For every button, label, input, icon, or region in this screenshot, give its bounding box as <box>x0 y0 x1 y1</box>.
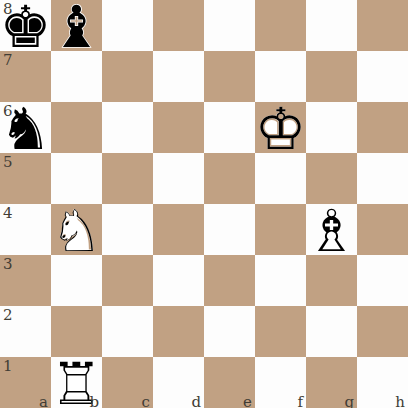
square-b1[interactable]: ♜♖b <box>51 357 102 408</box>
square-c5[interactable] <box>102 153 153 204</box>
square-h8[interactable] <box>357 0 408 51</box>
square-e8[interactable] <box>204 0 255 51</box>
square-d7[interactable] <box>153 51 204 102</box>
rank-label-3: 3 <box>3 255 13 273</box>
square-e2[interactable] <box>204 306 255 357</box>
rank-label-2: 2 <box>3 306 13 324</box>
square-e3[interactable] <box>204 255 255 306</box>
square-c4[interactable] <box>102 204 153 255</box>
square-e5[interactable] <box>204 153 255 204</box>
square-a5[interactable]: 5 <box>0 153 51 204</box>
square-d5[interactable] <box>153 153 204 204</box>
square-b8[interactable]: ♗♝ <box>51 0 102 51</box>
black-king-a8: ♔♚ <box>0 0 51 51</box>
square-f5[interactable] <box>255 153 306 204</box>
square-f7[interactable] <box>255 51 306 102</box>
square-h3[interactable] <box>357 255 408 306</box>
square-c6[interactable] <box>102 102 153 153</box>
square-d3[interactable] <box>153 255 204 306</box>
square-d8[interactable] <box>153 0 204 51</box>
square-b7[interactable] <box>51 51 102 102</box>
square-b2[interactable] <box>51 306 102 357</box>
square-b5[interactable] <box>51 153 102 204</box>
square-g6[interactable] <box>306 102 357 153</box>
square-g5[interactable] <box>306 153 357 204</box>
square-d1[interactable]: d <box>153 357 204 408</box>
square-e7[interactable] <box>204 51 255 102</box>
square-h6[interactable] <box>357 102 408 153</box>
square-c3[interactable] <box>102 255 153 306</box>
square-e4[interactable] <box>204 204 255 255</box>
square-b6[interactable] <box>51 102 102 153</box>
file-label-d: d <box>191 393 201 408</box>
square-d4[interactable] <box>153 204 204 255</box>
square-h2[interactable] <box>357 306 408 357</box>
file-label-c: c <box>142 393 150 408</box>
square-c7[interactable] <box>102 51 153 102</box>
square-g7[interactable] <box>306 51 357 102</box>
square-a2[interactable]: 2 <box>0 306 51 357</box>
square-a7[interactable]: 7 <box>0 51 51 102</box>
square-c8[interactable] <box>102 0 153 51</box>
square-h5[interactable] <box>357 153 408 204</box>
square-a6[interactable]: ♘♞6 <box>0 102 51 153</box>
square-g8[interactable] <box>306 0 357 51</box>
rank-label-7: 7 <box>3 51 13 69</box>
file-label-h: h <box>395 393 405 408</box>
file-label-g: g <box>344 393 354 408</box>
square-d6[interactable] <box>153 102 204 153</box>
square-b4[interactable]: ♞♘ <box>51 204 102 255</box>
square-e1[interactable]: e <box>204 357 255 408</box>
square-g1[interactable]: g <box>306 357 357 408</box>
white-rook-b1: ♜♖ <box>51 357 102 408</box>
rank-label-4: 4 <box>3 204 13 222</box>
white-king-f6: ♚♔ <box>255 102 306 153</box>
chess-board: ♔♚8♗♝7♘♞6♚♔54♞♘♝♗321a♜♖bcdefgh <box>0 0 408 408</box>
file-label-a: a <box>39 393 48 408</box>
square-a3[interactable]: 3 <box>0 255 51 306</box>
square-g3[interactable] <box>306 255 357 306</box>
white-bishop-g4: ♝♗ <box>306 204 357 255</box>
white-knight-b4: ♞♘ <box>51 204 102 255</box>
square-f8[interactable] <box>255 0 306 51</box>
square-h4[interactable] <box>357 204 408 255</box>
square-a1[interactable]: 1a <box>0 357 51 408</box>
file-label-e: e <box>243 393 252 408</box>
square-f2[interactable] <box>255 306 306 357</box>
square-g2[interactable] <box>306 306 357 357</box>
square-d2[interactable] <box>153 306 204 357</box>
black-bishop-b8: ♗♝ <box>51 0 102 51</box>
square-c1[interactable]: c <box>102 357 153 408</box>
black-knight-a6: ♘♞ <box>0 102 51 153</box>
square-f6[interactable]: ♚♔ <box>255 102 306 153</box>
square-f3[interactable] <box>255 255 306 306</box>
rank-label-5: 5 <box>3 153 13 171</box>
square-f1[interactable]: f <box>255 357 306 408</box>
rank-label-1: 1 <box>3 357 13 375</box>
square-h1[interactable]: h <box>357 357 408 408</box>
file-label-f: f <box>297 393 303 408</box>
square-a4[interactable]: 4 <box>0 204 51 255</box>
square-a8[interactable]: ♔♚8 <box>0 0 51 51</box>
square-e6[interactable] <box>204 102 255 153</box>
square-f4[interactable] <box>255 204 306 255</box>
square-g4[interactable]: ♝♗ <box>306 204 357 255</box>
square-b3[interactable] <box>51 255 102 306</box>
square-h7[interactable] <box>357 51 408 102</box>
square-c2[interactable] <box>102 306 153 357</box>
